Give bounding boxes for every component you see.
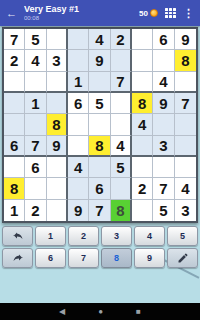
app-header: ← Very Easy #1 00:08 50 ⋮: [0, 0, 200, 26]
keypad: 12345 6789: [2, 226, 198, 268]
sudoku-board: 7542692439817416589784679843645862741297…: [2, 27, 198, 223]
cell-r8c4[interactable]: [68, 178, 89, 199]
cell-r1c6[interactable]: 2: [111, 29, 132, 50]
cell-r4c9[interactable]: 7: [175, 93, 196, 114]
cell-r1c5[interactable]: 4: [89, 29, 110, 50]
cell-r9c1[interactable]: 1: [4, 200, 25, 221]
cell-r6c7[interactable]: [132, 136, 153, 157]
cell-r7c7[interactable]: [132, 157, 153, 178]
cell-r6c1[interactable]: 6: [4, 136, 25, 157]
keypad-button-9[interactable]: 9: [134, 248, 165, 268]
title-block: Very Easy #1 00:08: [24, 5, 139, 21]
cell-r3c2[interactable]: [25, 72, 46, 93]
coin-counter[interactable]: 50: [139, 9, 158, 18]
cell-r8c5[interactable]: 6: [89, 178, 110, 199]
cell-r6c6[interactable]: 4: [111, 136, 132, 157]
cell-r2c1[interactable]: 2: [4, 50, 25, 71]
cell-r9c2[interactable]: 2: [25, 200, 46, 221]
undo-arrow-icon: [12, 230, 24, 242]
back-arrow-icon[interactable]: ←: [6, 8, 17, 19]
cell-r4c5[interactable]: 5: [89, 93, 110, 114]
cell-r5c3[interactable]: 8: [47, 114, 68, 135]
header-actions: 50 ⋮: [139, 8, 194, 19]
cell-r8c6[interactable]: [111, 178, 132, 199]
cell-r2c5[interactable]: 9: [89, 50, 110, 71]
pencil-button[interactable]: [167, 248, 198, 268]
cell-r5c7[interactable]: 4: [132, 114, 153, 135]
cell-r1c4[interactable]: [68, 29, 89, 50]
cell-r5c8[interactable]: [153, 114, 174, 135]
pencil-icon: [177, 252, 189, 264]
cell-r7c4[interactable]: 4: [68, 157, 89, 178]
cell-r9c9[interactable]: 3: [175, 200, 196, 221]
cell-r3c9[interactable]: [175, 72, 196, 93]
cell-r7c1[interactable]: [4, 157, 25, 178]
cell-r4c7[interactable]: 8: [132, 93, 153, 114]
cell-r4c4[interactable]: 6: [68, 93, 89, 114]
keypad-row-2: 6789: [2, 248, 198, 268]
sudoku-app-screen: ← Very Easy #1 00:08 50 ⋮ 75426924398174…: [0, 0, 200, 320]
cell-r4c8[interactable]: 9: [153, 93, 174, 114]
keypad-button-7[interactable]: 7: [68, 248, 99, 268]
redo-arrow-icon: [12, 252, 24, 264]
cell-r1c2[interactable]: 5: [25, 29, 46, 50]
keypad-button-8[interactable]: 8: [101, 248, 132, 268]
cell-r8c8[interactable]: 7: [153, 178, 174, 199]
cell-r7c9[interactable]: [175, 157, 196, 178]
cell-r5c9[interactable]: [175, 114, 196, 135]
cell-r4c6[interactable]: [111, 93, 132, 114]
cell-r3c5[interactable]: [89, 72, 110, 93]
cell-r7c8[interactable]: [153, 157, 174, 178]
cell-r7c2[interactable]: 6: [25, 157, 46, 178]
cell-r7c6[interactable]: 5: [111, 157, 132, 178]
cell-r5c1[interactable]: [4, 114, 25, 135]
cell-r9c8[interactable]: 5: [153, 200, 174, 221]
android-nav-bar: ◀ ● ■: [0, 303, 200, 320]
cell-r3c4[interactable]: 1: [68, 72, 89, 93]
keypad-button-6[interactable]: 6: [35, 248, 66, 268]
cell-r5c4[interactable]: [68, 114, 89, 135]
keypad-button-3[interactable]: 3: [101, 226, 132, 246]
keypad-button-5[interactable]: 5: [167, 226, 198, 246]
cell-r1c9[interactable]: 9: [175, 29, 196, 50]
cell-r9c5[interactable]: 7: [89, 200, 110, 221]
cell-r9c7[interactable]: [132, 200, 153, 221]
cell-r4c2[interactable]: 1: [25, 93, 46, 114]
cell-r6c3[interactable]: 9: [47, 136, 68, 157]
cell-r3c3[interactable]: [47, 72, 68, 93]
keypad-button-4[interactable]: 4: [134, 226, 165, 246]
cell-r8c3[interactable]: [47, 178, 68, 199]
keypad-button-2[interactable]: 2: [68, 226, 99, 246]
nav-home-icon[interactable]: ●: [98, 308, 103, 316]
redo-button[interactable]: [2, 248, 33, 268]
cell-r4c3[interactable]: [47, 93, 68, 114]
cell-r2c9[interactable]: 8: [175, 50, 196, 71]
cell-r9c4[interactable]: 9: [68, 200, 89, 221]
keypad-button-1[interactable]: 1: [35, 226, 66, 246]
cell-r8c9[interactable]: 4: [175, 178, 196, 199]
cell-r2c6[interactable]: [111, 50, 132, 71]
game-timer: 00:08: [24, 15, 139, 22]
undo-button[interactable]: [2, 226, 33, 246]
cell-r7c5[interactable]: [89, 157, 110, 178]
coin-icon: [150, 9, 158, 17]
cell-r3c6[interactable]: 7: [111, 72, 132, 93]
cell-r1c1[interactable]: 7: [4, 29, 25, 50]
cell-r6c5[interactable]: 8: [89, 136, 110, 157]
cell-r8c7[interactable]: 2: [132, 178, 153, 199]
cell-r8c1[interactable]: 8: [4, 178, 25, 199]
cell-r5c6[interactable]: [111, 114, 132, 135]
cell-r3c8[interactable]: 4: [153, 72, 174, 93]
cell-r6c8[interactable]: 3: [153, 136, 174, 157]
page-title: Very Easy #1: [24, 5, 139, 15]
cell-r9c6[interactable]: 8: [111, 200, 132, 221]
cell-r2c3[interactable]: 3: [47, 50, 68, 71]
cell-r3c7[interactable]: [132, 72, 153, 93]
nav-back-icon[interactable]: ◀: [59, 308, 65, 316]
coin-count: 50: [139, 9, 148, 18]
cell-r7c3[interactable]: [47, 157, 68, 178]
cell-r9c3[interactable]: [47, 200, 68, 221]
cell-r3c1[interactable]: [4, 72, 25, 93]
cell-r5c2[interactable]: [25, 114, 46, 135]
keypad-row-1: 12345: [2, 226, 198, 246]
board-grid-icon[interactable]: [165, 8, 176, 18]
nav-recents-icon[interactable]: ■: [136, 308, 141, 316]
cell-r1c8[interactable]: 6: [153, 29, 174, 50]
cell-r6c2[interactable]: 7: [25, 136, 46, 157]
cell-r4c1[interactable]: [4, 93, 25, 114]
cell-r2c2[interactable]: 4: [25, 50, 46, 71]
cell-r8c2[interactable]: [25, 178, 46, 199]
cell-r1c3[interactable]: [47, 29, 68, 50]
cell-r2c8[interactable]: [153, 50, 174, 71]
cell-r6c9[interactable]: [175, 136, 196, 157]
cell-r2c4[interactable]: [68, 50, 89, 71]
cell-r2c7[interactable]: [132, 50, 153, 71]
cell-r1c7[interactable]: [132, 29, 153, 50]
cell-r6c4[interactable]: [68, 136, 89, 157]
overflow-menu-icon[interactable]: ⋮: [183, 8, 194, 19]
cell-r5c5[interactable]: [89, 114, 110, 135]
